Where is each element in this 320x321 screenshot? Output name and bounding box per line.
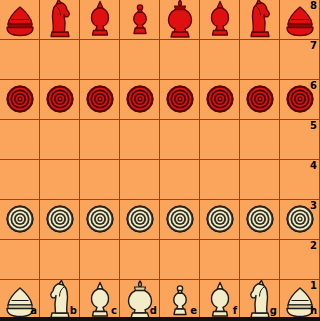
square-e2[interactable] — [160, 240, 200, 280]
square-b7[interactable] — [40, 40, 80, 80]
square-a4[interactable] — [0, 160, 40, 200]
square-f6[interactable] — [200, 80, 240, 120]
rank-label-7: 7 — [310, 40, 317, 51]
square-f5[interactable] — [200, 120, 240, 160]
piece-red-ma-knight[interactable] — [40, 0, 80, 39]
piece-red-ruea-rook[interactable] — [0, 0, 40, 39]
square-h1[interactable]: 1h — [280, 280, 320, 321]
square-b8[interactable] — [40, 0, 80, 40]
rank-label-3: 3 — [310, 200, 317, 211]
square-f7[interactable] — [200, 40, 240, 80]
square-e8[interactable] — [160, 0, 200, 40]
square-e1[interactable]: e — [160, 280, 200, 321]
square-c4[interactable] — [80, 160, 120, 200]
file-label-g: g — [270, 306, 277, 316]
square-g2[interactable] — [240, 240, 280, 280]
square-a6[interactable] — [0, 80, 40, 120]
square-b6[interactable] — [40, 80, 80, 120]
piece-red-bia-pawn[interactable] — [120, 79, 160, 119]
piece-white-bia-pawn[interactable] — [80, 199, 120, 239]
square-f4[interactable] — [200, 160, 240, 200]
square-d8[interactable] — [120, 0, 160, 40]
square-g3[interactable] — [240, 200, 280, 240]
piece-red-khon-bishop[interactable] — [80, 0, 120, 39]
square-c8[interactable] — [80, 0, 120, 40]
square-c6[interactable] — [80, 80, 120, 120]
square-b4[interactable] — [40, 160, 80, 200]
square-e5[interactable] — [160, 120, 200, 160]
square-b5[interactable] — [40, 120, 80, 160]
piece-red-khon-bishop[interactable] — [200, 0, 240, 39]
square-g8[interactable] — [240, 0, 280, 40]
rank-label-8: 8 — [310, 0, 317, 11]
square-d2[interactable] — [120, 240, 160, 280]
square-d1[interactable]: d — [120, 280, 160, 321]
square-b1[interactable]: b — [40, 280, 80, 321]
piece-red-bia-pawn[interactable] — [80, 79, 120, 119]
square-d4[interactable] — [120, 160, 160, 200]
piece-white-bia-pawn[interactable] — [240, 199, 280, 239]
piece-red-ma-knight[interactable] — [240, 0, 280, 39]
piece-white-bia-pawn[interactable] — [200, 199, 240, 239]
square-d7[interactable] — [120, 40, 160, 80]
file-label-d: d — [150, 306, 157, 316]
rank-label-2: 2 — [310, 240, 317, 251]
makruk-screenshot: 8765432abcdefg1h — [0, 0, 320, 321]
square-f1[interactable]: f — [200, 280, 240, 321]
square-h6[interactable]: 6 — [280, 80, 320, 120]
file-label-h: h — [310, 306, 317, 316]
square-e6[interactable] — [160, 80, 200, 120]
square-d3[interactable] — [120, 200, 160, 240]
square-g4[interactable] — [240, 160, 280, 200]
square-g6[interactable] — [240, 80, 280, 120]
square-f2[interactable] — [200, 240, 240, 280]
rank-label-4: 4 — [310, 160, 317, 171]
square-a5[interactable] — [0, 120, 40, 160]
makruk-board: 8765432abcdefg1h — [0, 0, 320, 321]
square-c7[interactable] — [80, 40, 120, 80]
piece-white-bia-pawn[interactable] — [40, 199, 80, 239]
square-c3[interactable] — [80, 200, 120, 240]
piece-red-bia-pawn[interactable] — [240, 79, 280, 119]
square-a2[interactable] — [0, 240, 40, 280]
square-g5[interactable] — [240, 120, 280, 160]
square-h7[interactable]: 7 — [280, 40, 320, 80]
piece-white-bia-pawn[interactable] — [120, 199, 160, 239]
square-b3[interactable] — [40, 200, 80, 240]
square-h4[interactable]: 4 — [280, 160, 320, 200]
square-a7[interactable] — [0, 40, 40, 80]
piece-white-bia-pawn[interactable] — [160, 199, 200, 239]
square-a8[interactable] — [0, 0, 40, 40]
square-a1[interactable]: a — [0, 280, 40, 321]
square-c2[interactable] — [80, 240, 120, 280]
file-label-f: f — [233, 306, 237, 316]
rank-label-5: 5 — [310, 120, 317, 131]
square-h8[interactable]: 8 — [280, 0, 320, 40]
piece-red-bia-pawn[interactable] — [0, 79, 40, 119]
square-e7[interactable] — [160, 40, 200, 80]
square-g7[interactable] — [240, 40, 280, 80]
piece-red-khun-king[interactable] — [160, 0, 200, 39]
square-h3[interactable]: 3 — [280, 200, 320, 240]
file-label-c: c — [111, 306, 117, 316]
square-c5[interactable] — [80, 120, 120, 160]
rank-label-6: 6 — [310, 80, 317, 91]
piece-red-bia-pawn[interactable] — [40, 79, 80, 119]
square-d5[interactable] — [120, 120, 160, 160]
file-label-b: b — [70, 306, 77, 316]
square-a3[interactable] — [0, 200, 40, 240]
square-h2[interactable]: 2 — [280, 240, 320, 280]
file-label-a: a — [30, 306, 37, 316]
board-bottom-border — [0, 317, 320, 321]
square-e3[interactable] — [160, 200, 200, 240]
square-h5[interactable]: 5 — [280, 120, 320, 160]
file-label-e: e — [190, 306, 197, 316]
piece-red-bia-pawn[interactable] — [160, 79, 200, 119]
square-e4[interactable] — [160, 160, 200, 200]
piece-red-met-queen[interactable] — [120, 0, 160, 39]
square-f3[interactable] — [200, 200, 240, 240]
rank-label-1: 1 — [310, 280, 317, 291]
square-g1[interactable]: g — [240, 280, 280, 321]
piece-white-bia-pawn[interactable] — [0, 199, 40, 239]
square-d6[interactable] — [120, 80, 160, 120]
piece-red-bia-pawn[interactable] — [200, 79, 240, 119]
square-f8[interactable] — [200, 0, 240, 40]
square-c1[interactable]: c — [80, 280, 120, 321]
square-b2[interactable] — [40, 240, 80, 280]
